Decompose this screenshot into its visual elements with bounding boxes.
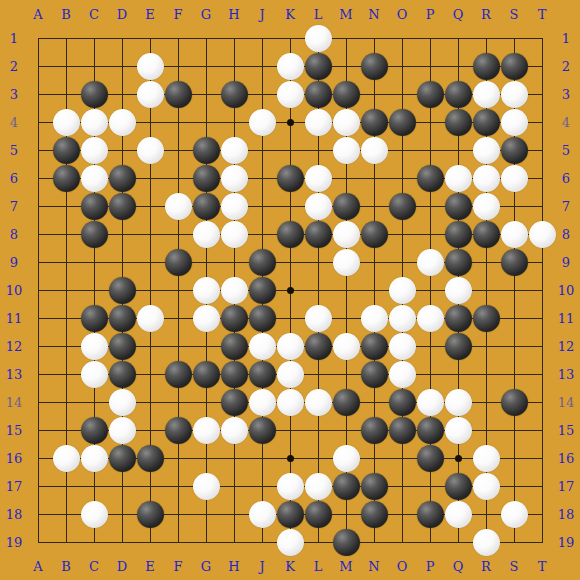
board-cell[interactable] bbox=[472, 388, 500, 416]
board-cell[interactable] bbox=[388, 388, 416, 416]
board-cell[interactable] bbox=[192, 332, 220, 360]
board-cell[interactable] bbox=[164, 276, 192, 304]
board-cell[interactable] bbox=[220, 388, 248, 416]
board-cell[interactable] bbox=[192, 80, 220, 108]
board-cell[interactable] bbox=[276, 108, 304, 136]
board-cell[interactable] bbox=[276, 444, 304, 472]
board-cell[interactable] bbox=[220, 136, 248, 164]
board-cell[interactable] bbox=[416, 416, 444, 444]
board-cell[interactable] bbox=[24, 444, 52, 472]
board-cell[interactable] bbox=[248, 80, 276, 108]
board-cell[interactable] bbox=[248, 220, 276, 248]
board-cell[interactable] bbox=[444, 52, 472, 80]
board-cell[interactable] bbox=[304, 136, 332, 164]
board-cell[interactable] bbox=[80, 80, 108, 108]
board-cell[interactable] bbox=[220, 444, 248, 472]
board-cell[interactable] bbox=[248, 164, 276, 192]
board-cell[interactable] bbox=[248, 528, 276, 556]
board-cell[interactable] bbox=[24, 80, 52, 108]
board-cell[interactable] bbox=[500, 500, 528, 528]
board-cell[interactable] bbox=[388, 136, 416, 164]
board-cell[interactable] bbox=[248, 500, 276, 528]
board-cell[interactable] bbox=[472, 444, 500, 472]
board-cell[interactable] bbox=[192, 528, 220, 556]
board-cell[interactable] bbox=[360, 164, 388, 192]
board-cell[interactable] bbox=[304, 472, 332, 500]
board-cell[interactable] bbox=[444, 472, 472, 500]
board-cell[interactable] bbox=[360, 108, 388, 136]
board-cell[interactable] bbox=[136, 472, 164, 500]
board-cell[interactable] bbox=[136, 332, 164, 360]
board-cell[interactable] bbox=[528, 528, 556, 556]
board-cell[interactable] bbox=[332, 276, 360, 304]
board-cell[interactable] bbox=[388, 528, 416, 556]
board-cell[interactable] bbox=[416, 332, 444, 360]
board-cell[interactable] bbox=[136, 528, 164, 556]
board-cell[interactable] bbox=[52, 136, 80, 164]
board-cell[interactable] bbox=[248, 136, 276, 164]
board-cell[interactable] bbox=[360, 528, 388, 556]
board-cell[interactable] bbox=[136, 388, 164, 416]
board-cell[interactable] bbox=[444, 500, 472, 528]
board-cell[interactable] bbox=[192, 360, 220, 388]
board-cell[interactable] bbox=[220, 500, 248, 528]
board-cell[interactable] bbox=[528, 472, 556, 500]
board-cell[interactable] bbox=[276, 248, 304, 276]
board-cell[interactable] bbox=[220, 248, 248, 276]
board-cell[interactable] bbox=[332, 472, 360, 500]
board-cell[interactable] bbox=[528, 248, 556, 276]
board-cell[interactable] bbox=[192, 136, 220, 164]
board-cell[interactable] bbox=[276, 80, 304, 108]
board-cell[interactable] bbox=[528, 52, 556, 80]
board-cell[interactable] bbox=[24, 192, 52, 220]
board-cell[interactable] bbox=[24, 24, 52, 52]
board-cell[interactable] bbox=[80, 416, 108, 444]
board-cell[interactable] bbox=[52, 416, 80, 444]
board-cell[interactable] bbox=[24, 528, 52, 556]
board-cell[interactable] bbox=[24, 388, 52, 416]
board-cell[interactable] bbox=[136, 248, 164, 276]
board-cell[interactable] bbox=[220, 304, 248, 332]
board-cell[interactable] bbox=[248, 192, 276, 220]
board-cell[interactable] bbox=[528, 360, 556, 388]
board-cell[interactable] bbox=[416, 444, 444, 472]
board-cell[interactable] bbox=[388, 332, 416, 360]
board-cell[interactable] bbox=[248, 332, 276, 360]
board-cell[interactable] bbox=[164, 80, 192, 108]
board-cell[interactable] bbox=[304, 360, 332, 388]
board-cell[interactable] bbox=[500, 360, 528, 388]
board-cell[interactable] bbox=[304, 444, 332, 472]
board-cell[interactable] bbox=[220, 220, 248, 248]
board-cell[interactable] bbox=[164, 220, 192, 248]
board-cell[interactable] bbox=[304, 220, 332, 248]
board-cell[interactable] bbox=[136, 80, 164, 108]
board-cell[interactable] bbox=[108, 52, 136, 80]
board-cell[interactable] bbox=[192, 444, 220, 472]
board-cell[interactable] bbox=[528, 80, 556, 108]
board-cell[interactable] bbox=[80, 500, 108, 528]
board-cell[interactable] bbox=[472, 500, 500, 528]
board-cell[interactable] bbox=[164, 164, 192, 192]
board-cell[interactable] bbox=[416, 220, 444, 248]
board-cell[interactable] bbox=[108, 80, 136, 108]
board-cell[interactable] bbox=[360, 24, 388, 52]
board-cell[interactable] bbox=[164, 192, 192, 220]
board-cell[interactable] bbox=[276, 52, 304, 80]
board-cell[interactable] bbox=[472, 164, 500, 192]
board-cell[interactable] bbox=[276, 332, 304, 360]
board-cell[interactable] bbox=[416, 164, 444, 192]
board-cell[interactable] bbox=[24, 332, 52, 360]
board-cell[interactable] bbox=[444, 528, 472, 556]
board-cell[interactable] bbox=[500, 192, 528, 220]
board-cell[interactable] bbox=[24, 276, 52, 304]
board-cell[interactable] bbox=[164, 108, 192, 136]
board-cell[interactable] bbox=[80, 108, 108, 136]
board-cell[interactable] bbox=[360, 248, 388, 276]
board-cell[interactable] bbox=[416, 388, 444, 416]
board-cell[interactable] bbox=[416, 192, 444, 220]
board-cell[interactable] bbox=[276, 24, 304, 52]
board-cell[interactable] bbox=[500, 52, 528, 80]
board-cell[interactable] bbox=[276, 416, 304, 444]
board-cell[interactable] bbox=[528, 276, 556, 304]
board-cell[interactable] bbox=[332, 332, 360, 360]
board-cell[interactable] bbox=[528, 192, 556, 220]
board-cell[interactable] bbox=[80, 472, 108, 500]
board-cell[interactable] bbox=[472, 136, 500, 164]
board-cell[interactable] bbox=[500, 276, 528, 304]
board-cell[interactable] bbox=[108, 360, 136, 388]
board-cell[interactable] bbox=[136, 444, 164, 472]
board-cell[interactable] bbox=[108, 192, 136, 220]
board-cell[interactable] bbox=[192, 220, 220, 248]
board-cell[interactable] bbox=[248, 304, 276, 332]
board-cell[interactable] bbox=[108, 444, 136, 472]
board-cell[interactable] bbox=[472, 108, 500, 136]
board-cell[interactable] bbox=[192, 24, 220, 52]
board-cell[interactable] bbox=[332, 52, 360, 80]
board-cell[interactable] bbox=[360, 136, 388, 164]
board-cell[interactable] bbox=[444, 276, 472, 304]
board-cell[interactable] bbox=[444, 136, 472, 164]
board-cell[interactable] bbox=[220, 192, 248, 220]
board-cell[interactable] bbox=[220, 416, 248, 444]
board-cell[interactable] bbox=[164, 444, 192, 472]
board-cell[interactable] bbox=[108, 472, 136, 500]
board-cell[interactable] bbox=[164, 332, 192, 360]
board-cell[interactable] bbox=[220, 332, 248, 360]
board-cell[interactable] bbox=[136, 164, 164, 192]
board-cell[interactable] bbox=[332, 220, 360, 248]
board-cell[interactable] bbox=[332, 500, 360, 528]
board-cell[interactable] bbox=[500, 80, 528, 108]
board-cell[interactable] bbox=[472, 24, 500, 52]
board-cell[interactable] bbox=[304, 248, 332, 276]
board-cell[interactable] bbox=[500, 416, 528, 444]
board-cell[interactable] bbox=[388, 248, 416, 276]
board-cell[interactable] bbox=[416, 80, 444, 108]
board-cell[interactable] bbox=[332, 528, 360, 556]
board-cell[interactable] bbox=[136, 304, 164, 332]
board-cell[interactable] bbox=[472, 80, 500, 108]
board-cell[interactable] bbox=[360, 192, 388, 220]
board-cell[interactable] bbox=[472, 528, 500, 556]
board-cell[interactable] bbox=[248, 108, 276, 136]
board-cell[interactable] bbox=[416, 304, 444, 332]
board-cell[interactable] bbox=[416, 472, 444, 500]
board-cell[interactable] bbox=[80, 360, 108, 388]
board-cell[interactable] bbox=[360, 444, 388, 472]
board-cell[interactable] bbox=[108, 388, 136, 416]
board-cell[interactable] bbox=[472, 192, 500, 220]
board-cell[interactable] bbox=[444, 248, 472, 276]
board-cell[interactable] bbox=[416, 52, 444, 80]
board-cell[interactable] bbox=[52, 80, 80, 108]
board-cell[interactable] bbox=[80, 332, 108, 360]
board-cell[interactable] bbox=[360, 416, 388, 444]
board-cell[interactable] bbox=[80, 136, 108, 164]
board-cell[interactable] bbox=[416, 528, 444, 556]
board-cell[interactable] bbox=[192, 52, 220, 80]
board-cell[interactable] bbox=[164, 472, 192, 500]
board-cell[interactable] bbox=[528, 332, 556, 360]
board-cell[interactable] bbox=[304, 52, 332, 80]
board-cell[interactable] bbox=[276, 500, 304, 528]
board-cell[interactable] bbox=[388, 360, 416, 388]
board-cell[interactable] bbox=[80, 444, 108, 472]
board-cell[interactable] bbox=[276, 164, 304, 192]
board-cell[interactable] bbox=[444, 388, 472, 416]
board-cell[interactable] bbox=[332, 360, 360, 388]
board-cell[interactable] bbox=[24, 52, 52, 80]
board-cell[interactable] bbox=[528, 416, 556, 444]
board-cell[interactable] bbox=[472, 52, 500, 80]
board-cell[interactable] bbox=[192, 472, 220, 500]
board-cell[interactable] bbox=[332, 108, 360, 136]
board-cell[interactable] bbox=[52, 388, 80, 416]
board-cell[interactable] bbox=[108, 332, 136, 360]
board-cell[interactable] bbox=[108, 164, 136, 192]
board-cell[interactable] bbox=[276, 388, 304, 416]
board-cell[interactable] bbox=[24, 472, 52, 500]
board-cell[interactable] bbox=[388, 472, 416, 500]
board-cell[interactable] bbox=[304, 528, 332, 556]
board-cell[interactable] bbox=[24, 220, 52, 248]
board-cell[interactable] bbox=[360, 52, 388, 80]
board-cell[interactable] bbox=[80, 528, 108, 556]
board-cell[interactable] bbox=[276, 304, 304, 332]
board-cell[interactable] bbox=[108, 220, 136, 248]
board-cell[interactable] bbox=[360, 500, 388, 528]
board-cell[interactable] bbox=[332, 248, 360, 276]
board-cell[interactable] bbox=[52, 108, 80, 136]
board-cell[interactable] bbox=[136, 192, 164, 220]
board-cell[interactable] bbox=[444, 80, 472, 108]
board-cell[interactable] bbox=[388, 52, 416, 80]
board-cell[interactable] bbox=[192, 192, 220, 220]
board-cell[interactable] bbox=[416, 136, 444, 164]
board-cell[interactable] bbox=[192, 416, 220, 444]
board-cell[interactable] bbox=[24, 108, 52, 136]
board-cell[interactable] bbox=[472, 248, 500, 276]
board-cell[interactable] bbox=[136, 108, 164, 136]
board-cell[interactable] bbox=[416, 276, 444, 304]
board-cell[interactable] bbox=[472, 416, 500, 444]
board-cell[interactable] bbox=[192, 108, 220, 136]
board-cell[interactable] bbox=[472, 472, 500, 500]
board-cell[interactable] bbox=[332, 388, 360, 416]
board-cell[interactable] bbox=[416, 500, 444, 528]
board-cell[interactable] bbox=[52, 360, 80, 388]
board-cell[interactable] bbox=[192, 276, 220, 304]
board-cell[interactable] bbox=[276, 136, 304, 164]
board-cell[interactable] bbox=[24, 304, 52, 332]
board-cell[interactable] bbox=[416, 248, 444, 276]
board-cell[interactable] bbox=[52, 528, 80, 556]
board-cell[interactable] bbox=[80, 388, 108, 416]
board-cell[interactable] bbox=[248, 276, 276, 304]
board-cell[interactable] bbox=[164, 416, 192, 444]
board-cell[interactable] bbox=[164, 24, 192, 52]
board-cell[interactable] bbox=[52, 248, 80, 276]
board-cell[interactable] bbox=[248, 444, 276, 472]
board-cell[interactable] bbox=[472, 360, 500, 388]
board-cell[interactable] bbox=[304, 304, 332, 332]
board-cell[interactable] bbox=[52, 500, 80, 528]
board-cell[interactable] bbox=[528, 444, 556, 472]
board-cell[interactable] bbox=[360, 388, 388, 416]
board-cell[interactable] bbox=[52, 332, 80, 360]
board-cell[interactable] bbox=[80, 52, 108, 80]
board-cell[interactable] bbox=[220, 528, 248, 556]
board-cell[interactable] bbox=[500, 304, 528, 332]
board-cell[interactable] bbox=[248, 472, 276, 500]
board-cell[interactable] bbox=[136, 500, 164, 528]
board-cell[interactable] bbox=[164, 52, 192, 80]
board-cell[interactable] bbox=[52, 220, 80, 248]
board-cell[interactable] bbox=[276, 528, 304, 556]
board-cell[interactable] bbox=[500, 444, 528, 472]
board-cell[interactable] bbox=[416, 108, 444, 136]
board-cell[interactable] bbox=[416, 24, 444, 52]
board-cell[interactable] bbox=[52, 52, 80, 80]
board-cell[interactable] bbox=[276, 192, 304, 220]
board-cell[interactable] bbox=[276, 276, 304, 304]
board-cell[interactable] bbox=[388, 500, 416, 528]
board-cell[interactable] bbox=[80, 304, 108, 332]
board-cell[interactable] bbox=[220, 360, 248, 388]
board-cell[interactable] bbox=[108, 248, 136, 276]
board-cell[interactable] bbox=[80, 24, 108, 52]
board-cell[interactable] bbox=[136, 220, 164, 248]
board-cell[interactable] bbox=[500, 388, 528, 416]
board-cell[interactable] bbox=[192, 388, 220, 416]
board-cell[interactable] bbox=[248, 388, 276, 416]
board-cell[interactable] bbox=[164, 388, 192, 416]
board-cell[interactable] bbox=[500, 108, 528, 136]
board-cell[interactable] bbox=[276, 220, 304, 248]
board-cell[interactable] bbox=[52, 192, 80, 220]
board-cell[interactable] bbox=[444, 108, 472, 136]
board-cell[interactable] bbox=[388, 80, 416, 108]
board-cell[interactable] bbox=[248, 360, 276, 388]
board-cell[interactable] bbox=[80, 248, 108, 276]
board-cell[interactable] bbox=[528, 24, 556, 52]
board-cell[interactable] bbox=[444, 220, 472, 248]
board-cell[interactable] bbox=[444, 416, 472, 444]
board-cell[interactable] bbox=[164, 360, 192, 388]
board-cell[interactable] bbox=[304, 108, 332, 136]
board-cell[interactable] bbox=[192, 248, 220, 276]
board-cell[interactable] bbox=[52, 276, 80, 304]
board-cell[interactable] bbox=[360, 304, 388, 332]
board-cell[interactable] bbox=[24, 416, 52, 444]
board-cell[interactable] bbox=[192, 304, 220, 332]
board-cell[interactable] bbox=[332, 136, 360, 164]
board-cell[interactable] bbox=[80, 220, 108, 248]
board-cell[interactable] bbox=[388, 24, 416, 52]
board-cell[interactable] bbox=[472, 220, 500, 248]
board-cell[interactable] bbox=[360, 220, 388, 248]
board-cell[interactable] bbox=[360, 472, 388, 500]
board-cell[interactable] bbox=[24, 500, 52, 528]
board-cell[interactable] bbox=[136, 276, 164, 304]
board-cell[interactable] bbox=[304, 416, 332, 444]
board-cell[interactable] bbox=[472, 304, 500, 332]
board-cell[interactable] bbox=[528, 136, 556, 164]
board-cell[interactable] bbox=[528, 304, 556, 332]
board-cell[interactable] bbox=[360, 360, 388, 388]
board-cell[interactable] bbox=[528, 388, 556, 416]
board-cell[interactable] bbox=[444, 304, 472, 332]
board-cell[interactable] bbox=[220, 24, 248, 52]
board-cell[interactable] bbox=[304, 24, 332, 52]
board-cell[interactable] bbox=[108, 108, 136, 136]
board-cell[interactable] bbox=[304, 276, 332, 304]
board-cell[interactable] bbox=[192, 500, 220, 528]
board-cell[interactable] bbox=[52, 304, 80, 332]
board-cell[interactable] bbox=[164, 248, 192, 276]
board-cell[interactable] bbox=[332, 304, 360, 332]
board-cell[interactable] bbox=[304, 500, 332, 528]
board-cell[interactable] bbox=[164, 304, 192, 332]
board-cell[interactable] bbox=[136, 416, 164, 444]
board-cell[interactable] bbox=[136, 52, 164, 80]
board-cell[interactable] bbox=[332, 164, 360, 192]
board-cell[interactable] bbox=[500, 528, 528, 556]
board-cell[interactable] bbox=[24, 248, 52, 276]
board-cell[interactable] bbox=[528, 500, 556, 528]
board-cell[interactable] bbox=[80, 276, 108, 304]
board-cell[interactable] bbox=[304, 164, 332, 192]
board-cell[interactable] bbox=[164, 136, 192, 164]
board-cell[interactable] bbox=[444, 332, 472, 360]
board-cell[interactable] bbox=[220, 52, 248, 80]
board-cell[interactable] bbox=[304, 80, 332, 108]
board-cell[interactable] bbox=[360, 332, 388, 360]
board-cell[interactable] bbox=[500, 472, 528, 500]
board-cell[interactable] bbox=[220, 276, 248, 304]
board-cell[interactable] bbox=[220, 164, 248, 192]
board-cell[interactable] bbox=[500, 164, 528, 192]
board-cell[interactable] bbox=[444, 164, 472, 192]
board-cell[interactable] bbox=[108, 24, 136, 52]
board-cell[interactable] bbox=[332, 24, 360, 52]
board-cell[interactable] bbox=[332, 192, 360, 220]
